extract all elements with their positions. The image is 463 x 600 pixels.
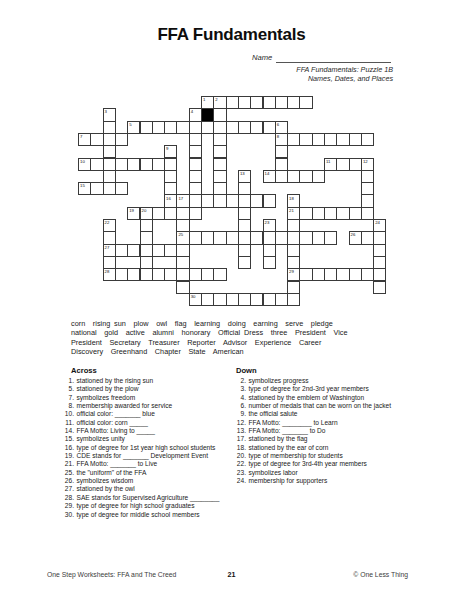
clue-text: FFA Motto: _______ to Do	[249, 427, 326, 434]
cell-number: 8	[277, 134, 279, 139]
grid-cell[interactable]	[213, 170, 226, 183]
grid-cell[interactable]	[115, 268, 128, 281]
clue: 10.official color: _______ blue	[57, 410, 247, 418]
grid-cell[interactable]	[275, 145, 288, 158]
cell-number: 21	[289, 208, 294, 213]
clue-number: 15.	[57, 435, 74, 443]
grid-cell[interactable]: 28	[103, 268, 116, 281]
clue: 23.symbolizes labor	[228, 469, 443, 477]
word-bank-line: corn rising sun plow owl flag learning d…	[71, 319, 401, 328]
grid-cell[interactable]	[140, 268, 153, 281]
grid-cell[interactable]	[263, 194, 276, 207]
grid-cell[interactable]	[287, 293, 300, 306]
grid-cell[interactable]	[238, 207, 251, 220]
cell-number: 12	[363, 159, 368, 164]
clue: 26.symbolizes wisdom	[57, 477, 247, 485]
grid-cell[interactable]: 19	[127, 207, 140, 220]
clue: 4.stationed by the emblem of Washington	[228, 394, 443, 402]
cell-number: 11	[326, 159, 330, 164]
grid-cell[interactable]	[275, 158, 288, 171]
grid-cell[interactable]	[263, 96, 276, 109]
grid-cell[interactable]	[176, 281, 189, 294]
cell-number: 30	[191, 294, 196, 299]
clue-number: 11.	[57, 419, 74, 427]
grid-cell[interactable]	[103, 256, 116, 269]
clue-text: FFA Motto: ________ to Learn	[249, 419, 338, 426]
clue-number: 8.	[57, 402, 74, 410]
grid-cell[interactable]	[127, 268, 140, 281]
grid-cell[interactable]	[324, 133, 337, 146]
grid-cell[interactable]	[287, 219, 300, 232]
grid-cell[interactable]	[140, 219, 153, 232]
clue-number: 12.	[228, 419, 246, 427]
clue-text: type of degree for 1st year high school …	[77, 444, 216, 451]
grid-cell[interactable]	[299, 207, 312, 220]
clue-text: symbolizes progress	[249, 377, 309, 384]
grid-cell[interactable]	[176, 256, 189, 269]
grid-cell[interactable]	[127, 158, 140, 171]
grid-cell[interactable]	[213, 145, 226, 158]
clue: 21.FFA Motto: _______ to Live	[57, 460, 247, 468]
grid-cell[interactable]: 15	[78, 182, 91, 195]
grid-cell[interactable]: 25	[176, 231, 189, 244]
grid-cell[interactable]	[189, 194, 202, 207]
clue: 18.stationed by the ear of corn	[228, 444, 443, 452]
grid-cell[interactable]	[349, 268, 362, 281]
grid-cell[interactable]	[287, 133, 300, 146]
grid-cell[interactable]	[299, 268, 312, 281]
grid-cell[interactable]	[103, 231, 116, 244]
cell-number: 19	[129, 208, 134, 213]
grid-cell[interactable]: 5	[127, 121, 140, 134]
grid-cell[interactable]	[140, 244, 153, 257]
grid-cell[interactable]	[140, 256, 153, 269]
clue-text: CDE stands for _______ Development Event	[77, 452, 209, 459]
clue-number: 24.	[228, 477, 246, 485]
clue-text: type of degree for middle school members	[77, 511, 200, 518]
grid-cell[interactable]	[103, 133, 116, 146]
grid-cell[interactable]	[299, 170, 312, 183]
grid-cell[interactable]	[127, 244, 140, 257]
grid-cell[interactable]: 18	[287, 194, 300, 207]
grid-cell[interactable]	[213, 121, 226, 134]
grid-cell[interactable]	[152, 244, 165, 257]
grid-cell[interactable]	[226, 231, 239, 244]
grid-cell[interactable]	[152, 121, 165, 134]
grid-cell[interactable]	[349, 158, 362, 171]
grid-cell[interactable]	[213, 158, 226, 171]
grid-cell[interactable]: 21	[287, 207, 300, 220]
grid-cell[interactable]	[361, 207, 374, 220]
clue-text: FFA Motto: Living to _____	[77, 427, 155, 434]
clue: 22.type of degree for 3rd-4th year membe…	[228, 460, 443, 468]
word-bank-line: Discovery Greenhand Chapter State Americ…	[71, 347, 401, 356]
grid-cell[interactable]	[336, 207, 349, 220]
grid-cell[interactable]	[373, 281, 386, 294]
grid-cell[interactable]	[201, 121, 214, 134]
grid-cell[interactable]	[324, 231, 337, 244]
grid-cell[interactable]	[213, 133, 226, 146]
clue-text: the "uniform" of the FFA	[77, 469, 147, 476]
cell-number: 3	[105, 109, 107, 114]
cell-number: 10	[80, 159, 85, 164]
clue-number: 5.	[57, 385, 74, 393]
grid-cell[interactable]	[115, 158, 128, 171]
clue: 6.number of medals that can be worn on t…	[228, 402, 443, 410]
grid-cell[interactable]: 22	[103, 219, 116, 232]
grid-cell[interactable]	[312, 170, 325, 183]
grid-cell[interactable]: 14	[263, 170, 276, 183]
grid-cell[interactable]	[201, 194, 214, 207]
grid-cell[interactable]	[213, 293, 226, 306]
clue-text: stationed by the rising sun	[77, 377, 154, 384]
clue-text: membership awarded for service	[77, 402, 173, 409]
grid-cell[interactable]	[275, 293, 288, 306]
clue-number: 25.	[57, 469, 74, 477]
worksheet-page: { "page": { "title": "FFA Fundamentals",…	[0, 0, 463, 600]
grid-cell[interactable]	[90, 158, 103, 171]
cell-number: 27	[105, 245, 110, 250]
grid-cell[interactable]	[164, 158, 177, 171]
grid-cell[interactable]	[336, 133, 349, 146]
grid-cell[interactable]	[140, 121, 153, 134]
grid-cell[interactable]	[263, 231, 276, 244]
grid-cell[interactable]	[287, 231, 300, 244]
grid-cell[interactable]	[115, 244, 128, 257]
clue-number: 18.	[228, 444, 246, 452]
grid-cell[interactable]: 24	[373, 219, 386, 232]
grid-cell[interactable]	[275, 96, 288, 109]
grid-cell[interactable]	[201, 268, 214, 281]
clue-number: 13.	[228, 427, 246, 435]
clue: 25.the "uniform" of the FFA	[57, 469, 247, 477]
grid-cell[interactable]	[299, 96, 312, 109]
grid-cell[interactable]	[226, 96, 239, 109]
clue-number: 19.	[57, 452, 74, 460]
grid-cell[interactable]	[275, 170, 288, 183]
grid-cell[interactable]	[176, 244, 189, 257]
grid-cell[interactable]	[373, 244, 386, 257]
grid-cell[interactable]	[189, 121, 202, 134]
grid-cell[interactable]: 8	[275, 133, 288, 146]
clue-number: 1.	[57, 377, 74, 385]
clue: 11.official color: corn _____	[57, 419, 247, 427]
grid-cell[interactable]: 16	[164, 194, 177, 207]
clue-text: symbolizes wisdom	[77, 477, 134, 484]
clue: 8.membership awarded for service	[57, 402, 247, 410]
grid-cell[interactable]	[90, 133, 103, 146]
grid-cell[interactable]	[164, 121, 177, 134]
grid-cell[interactable]	[238, 231, 251, 244]
clue-number: 4.	[228, 394, 246, 402]
grid-cell[interactable]	[176, 207, 189, 220]
word-bank: corn rising sun plow owl flag learning d…	[71, 319, 401, 356]
grid-cell[interactable]	[287, 244, 300, 257]
grid-cell[interactable]	[226, 293, 239, 306]
grid-cell[interactable]	[324, 268, 337, 281]
grid-cell[interactable]	[238, 194, 251, 207]
grid-cell[interactable]: 4	[189, 108, 202, 121]
grid-cell[interactable]	[361, 268, 374, 281]
crossword-grid: 1234567891011121314151617181920212223242…	[78, 96, 387, 307]
cell-number: 20	[142, 208, 147, 213]
grid-cell[interactable]: 30	[189, 293, 202, 306]
grid-cell[interactable]	[176, 121, 189, 134]
down-header: Down	[236, 366, 257, 375]
clue: 9.the official salute	[228, 410, 443, 418]
cell-number: 18	[289, 196, 294, 201]
grid-cell[interactable]: 9	[164, 145, 177, 158]
grid-cell[interactable]	[140, 158, 153, 171]
grid-cell[interactable]	[226, 121, 239, 134]
clue-number: 27.	[57, 485, 74, 493]
clue: 3.type of degree for 2nd-3rd year member…	[228, 385, 443, 393]
clue: 13.FFA Motto: _______ to Do	[228, 427, 443, 435]
grid-cell[interactable]	[103, 158, 116, 171]
cell-number: 5	[129, 122, 131, 127]
cell-number: 14	[265, 171, 270, 176]
grid-cell[interactable]	[115, 182, 128, 195]
clue: 29.type of degree for high school gradua…	[57, 502, 247, 510]
grid-cell[interactable]	[152, 158, 165, 171]
grid-cell[interactable]	[213, 108, 226, 121]
cell-number: 9	[166, 146, 168, 151]
grid-cell[interactable]	[263, 121, 276, 134]
grid-cell[interactable]	[336, 268, 349, 281]
grid-cell[interactable]	[361, 182, 374, 195]
grid-cell[interactable]	[287, 281, 300, 294]
grid-cell[interactable]	[164, 268, 177, 281]
grid-cell[interactable]	[250, 96, 263, 109]
subtitle-topic: Names, Dates, and Places	[296, 74, 393, 83]
grid-cell[interactable]: 13	[238, 170, 251, 183]
grid-cell[interactable]	[349, 207, 362, 220]
grid-cell[interactable]: 2	[213, 96, 226, 109]
cell-number: 4	[191, 109, 193, 114]
grid-cell[interactable]	[189, 158, 202, 171]
subtitle-puzzle-id: FFA Fundamentals: Puzzle 1B	[296, 65, 393, 74]
clue-number: 29.	[57, 502, 74, 510]
word-bank-line: President Secretary Treasurer Reporter A…	[71, 338, 401, 347]
grid-cell[interactable]: 20	[140, 207, 153, 220]
cell-number: 13	[240, 171, 245, 176]
grid-cell[interactable]	[361, 170, 374, 183]
grid-cell[interactable]	[176, 219, 189, 232]
grid-cell[interactable]: 1	[201, 96, 214, 109]
grid-cell[interactable]	[103, 170, 116, 183]
cell-number: 29	[289, 269, 294, 274]
grid-cell[interactable]	[361, 194, 374, 207]
clue-text: type of degree for high school graduates	[77, 502, 195, 509]
grid-cell[interactable]	[189, 182, 202, 195]
clue: 19.CDE stands for _______ Development Ev…	[57, 452, 247, 460]
clue: 24.membership for supporters	[228, 477, 443, 485]
clue-text: stationed by the emblem of Washington	[249, 394, 365, 401]
clue-number: 20.	[228, 452, 246, 460]
worksheet-subtitle: FFA Fundamentals: Puzzle 1B Names, Dates…	[296, 65, 393, 84]
clue: 28.SAE stands for Supervised Agriculture…	[57, 494, 247, 502]
grid-cell[interactable]	[336, 158, 349, 171]
grid-cell[interactable]	[213, 182, 226, 195]
grid-cell[interactable]: 27	[103, 244, 116, 257]
grid-cell[interactable]	[189, 207, 202, 220]
grid-cell[interactable]	[213, 268, 226, 281]
clue-text: symbolizes unity	[77, 435, 125, 442]
clue-number: 10.	[57, 410, 74, 418]
clue: 7.symbolizes freedom	[57, 394, 247, 402]
grid-cell[interactable]	[103, 182, 116, 195]
clue-text: SAE stands for Supervised Agriculture __…	[77, 494, 220, 501]
cell-number: 7	[80, 134, 82, 139]
grid-cell[interactable]	[189, 170, 202, 183]
grid-cell[interactable]	[115, 133, 128, 146]
name-field[interactable]	[276, 52, 391, 63]
grid-cell[interactable]	[263, 293, 276, 306]
clue-text: type of degree for 2nd-3rd year members	[249, 385, 369, 392]
grid-cell[interactable]: 29	[287, 268, 300, 281]
grid-cell[interactable]	[287, 256, 300, 269]
clue: 16.type of degree for 1st year high scho…	[57, 444, 247, 452]
cell-number: 24	[375, 220, 380, 225]
grid-cell[interactable]	[140, 231, 153, 244]
grid-cell[interactable]: 23	[263, 219, 276, 232]
grid-cell[interactable]	[152, 268, 165, 281]
grid-cell[interactable]: 12	[361, 158, 374, 171]
grid-cell[interactable]	[263, 244, 276, 257]
clue-text: type of degree for 3rd-4th year members	[249, 460, 367, 467]
grid-cell[interactable]	[238, 96, 251, 109]
grid-cell[interactable]	[238, 244, 251, 257]
grid-cell[interactable]	[213, 194, 226, 207]
grid-cell[interactable]	[176, 268, 189, 281]
clue-number: 2.	[228, 377, 246, 385]
grid-cell[interactable]	[312, 207, 325, 220]
clue-number: 9.	[228, 410, 246, 418]
grid-cell[interactable]	[250, 231, 263, 244]
clue-text: stationed by the owl	[77, 485, 135, 492]
clue-text: stationed by the ear of corn	[249, 444, 329, 451]
cell-number: 2	[215, 97, 217, 102]
clue-text: type of membership for students	[249, 452, 343, 459]
grid-cell[interactable]	[275, 231, 288, 244]
grid-cell[interactable]	[152, 207, 165, 220]
clue-text: official color: _______ blue	[77, 410, 155, 417]
cell-number: 15	[80, 183, 85, 188]
grid-cell[interactable]	[164, 207, 177, 220]
grid-cell[interactable]: 26	[349, 231, 362, 244]
clue-number: 7.	[57, 394, 74, 402]
grid-cell[interactable]: 3	[103, 108, 116, 121]
grid-cell[interactable]	[373, 231, 386, 244]
grid-cell[interactable]	[263, 256, 276, 269]
across-clue-list: 1.stationed by the rising sun5.stationed…	[57, 377, 247, 519]
grid-cell[interactable]	[103, 145, 116, 158]
cell-number: 16	[166, 196, 171, 201]
grid-cell[interactable]	[361, 133, 374, 146]
grid-cell[interactable]	[238, 121, 251, 134]
grid-cell[interactable]	[373, 268, 386, 281]
clue: 20.type of membership for students	[228, 452, 443, 460]
clue-number: 14.	[57, 427, 74, 435]
grid-cell[interactable]	[250, 293, 263, 306]
clue: 15.symbolizes unity	[57, 435, 247, 443]
grid-cell[interactable]	[349, 133, 362, 146]
grid-cell[interactable]: 7	[78, 133, 91, 146]
clue: 17.stationed by the flag	[228, 435, 443, 443]
cell-number: 1	[203, 97, 205, 102]
footer-copyright: © One Less Thing	[353, 571, 408, 578]
grid-cell[interactable]	[361, 231, 374, 244]
grid-cell[interactable]	[238, 256, 251, 269]
clue-number: 28.	[57, 494, 74, 502]
grid-cell[interactable]	[238, 293, 251, 306]
grid-cell[interactable]	[90, 182, 103, 195]
grid-cell[interactable]	[189, 133, 202, 146]
clue-number: 3.	[228, 385, 246, 393]
grid-cell[interactable]: 11	[324, 158, 337, 171]
grid-cell[interactable]: 17	[176, 194, 189, 207]
grid-cell[interactable]	[299, 133, 312, 146]
clue-number: 26.	[57, 477, 74, 485]
grid-cell[interactable]	[312, 268, 325, 281]
grid-cell[interactable]	[164, 182, 177, 195]
clue-number: 30.	[57, 511, 74, 519]
grid-cell[interactable]	[213, 231, 226, 244]
grid-cell[interactable]	[299, 231, 312, 244]
grid-cell[interactable]	[312, 231, 325, 244]
clue-number: 17.	[228, 435, 246, 443]
grid-cell[interactable]	[238, 182, 251, 195]
grid-cell[interactable]	[250, 121, 263, 134]
grid-cell[interactable]	[201, 231, 214, 244]
clue-text: FFA Motto: _______ to Live	[77, 460, 158, 467]
across-header: Across	[71, 366, 97, 375]
grid-cell[interactable]	[103, 121, 116, 134]
grid-cell[interactable]	[324, 207, 337, 220]
clue: 2.symbolizes progress	[228, 377, 443, 385]
grid-cell[interactable]	[189, 268, 202, 281]
grid-cell[interactable]	[312, 133, 325, 146]
grid-cell[interactable]	[238, 219, 251, 232]
cell-number: 23	[265, 220, 270, 225]
grid-cell[interactable]	[189, 145, 202, 158]
clue-number: 16.	[57, 444, 74, 452]
grid-cell[interactable]	[164, 244, 177, 257]
grid-cell[interactable]	[164, 170, 177, 183]
grid-cell[interactable]	[287, 170, 300, 183]
clue: 12.FFA Motto: ________ to Learn	[228, 419, 443, 427]
grid-cell[interactable]	[201, 293, 214, 306]
clue: 1.stationed by the rising sun	[57, 377, 247, 385]
grid-cell[interactable]	[189, 231, 202, 244]
clue-number: 23.	[228, 469, 246, 477]
grid-cell[interactable]: 6	[275, 121, 288, 134]
down-clue-list: 2.symbolizes progress3.type of degree fo…	[228, 377, 443, 485]
grid-cell[interactable]	[226, 194, 239, 207]
grid-cell[interactable]	[250, 194, 263, 207]
grid-cell[interactable]: 10	[78, 158, 91, 171]
cell-number: 6	[277, 122, 279, 127]
clue-number: 21.	[57, 460, 74, 468]
grid-cell[interactable]	[287, 96, 300, 109]
cell-number: 26	[351, 232, 356, 237]
clue-text: number of medals that can be worn on the…	[249, 402, 392, 409]
clue: 30.type of degree for middle school memb…	[57, 511, 247, 519]
clue-text: membership for supporters	[249, 477, 328, 484]
clue: 14.FFA Motto: Living to _____	[57, 427, 247, 435]
grid-cell[interactable]	[373, 256, 386, 269]
name-label: Name	[252, 53, 272, 62]
